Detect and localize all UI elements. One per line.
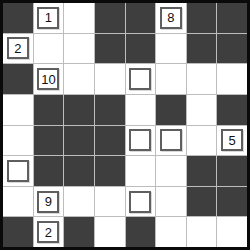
cell-r3c8[interactable]	[217, 64, 247, 94]
cell-r7c1[interactable]	[3, 187, 33, 217]
cell-r3c4[interactable]	[95, 64, 125, 94]
cell-r3c7[interactable]	[187, 64, 217, 94]
cell-r7c5[interactable]	[126, 187, 156, 217]
cell-r7c3[interactable]	[64, 187, 94, 217]
cell-r1c2[interactable]: 1	[34, 3, 64, 33]
cell-r1c4-block	[95, 3, 125, 33]
cell-r7c6[interactable]	[156, 187, 186, 217]
cell-r1c8-block	[217, 3, 247, 33]
cell-r8c5-block	[126, 217, 156, 247]
number-tile-8-r1c6[interactable]: 8	[160, 7, 182, 29]
cell-r8c2[interactable]: 2	[34, 217, 64, 247]
cell-r7c8-block	[217, 187, 247, 217]
cell-r4c2-block	[34, 95, 64, 125]
cell-r7c2[interactable]: 9	[34, 187, 64, 217]
empty-tile-slot-r5c5[interactable]	[129, 129, 151, 151]
cell-r2c2[interactable]	[34, 34, 64, 64]
cell-r6c8-block	[217, 156, 247, 186]
cell-r4c5[interactable]	[126, 95, 156, 125]
cell-r3c1-block	[3, 64, 33, 94]
cell-r5c3-block	[64, 126, 94, 156]
cell-r1c5-block	[126, 3, 156, 33]
cell-r3c3[interactable]	[64, 64, 94, 94]
cell-r8c4[interactable]	[95, 217, 125, 247]
cell-r2c8-block	[217, 34, 247, 64]
empty-tile-slot-r5c6[interactable]	[160, 129, 182, 151]
cell-r4c6-block	[156, 95, 186, 125]
cell-r8c6[interactable]	[156, 217, 186, 247]
number-tile-2-r2c1[interactable]: 2	[7, 37, 29, 59]
cell-r3c2[interactable]: 10	[34, 64, 64, 94]
cell-r8c3-block	[64, 217, 94, 247]
cell-r4c7[interactable]	[187, 95, 217, 125]
cell-r6c3-block	[64, 156, 94, 186]
cell-r7c4[interactable]	[95, 187, 125, 217]
cell-r3c6[interactable]	[156, 64, 186, 94]
cell-r6c6[interactable]	[156, 156, 186, 186]
cell-r8c8[interactable]	[217, 217, 247, 247]
cell-r5c4-block	[95, 126, 125, 156]
cell-r6c1[interactable]	[3, 156, 33, 186]
cell-r5c7[interactable]	[187, 126, 217, 156]
cell-r1c1-block	[3, 3, 33, 33]
cell-r5c5[interactable]	[126, 126, 156, 156]
cell-r4c1[interactable]	[3, 95, 33, 125]
number-tile-9-r7c2[interactable]: 9	[37, 191, 59, 213]
cell-r2c7-block	[187, 34, 217, 64]
cell-r2c1[interactable]: 2	[3, 34, 33, 64]
cell-r5c8[interactable]: 5	[217, 126, 247, 156]
cell-r2c6[interactable]	[156, 34, 186, 64]
cell-r5c2-block	[34, 126, 64, 156]
empty-tile-slot-r6c1[interactable]	[7, 160, 29, 182]
puzzle-board: 18210592	[0, 0, 250, 250]
cell-r8c7[interactable]	[187, 217, 217, 247]
cell-r7c7-block	[187, 187, 217, 217]
number-tile-5-r5c8[interactable]: 5	[221, 129, 243, 151]
cell-r4c8-block	[217, 95, 247, 125]
cell-r3c5[interactable]	[126, 64, 156, 94]
empty-tile-slot-r7c5[interactable]	[129, 191, 151, 213]
cell-r5c6[interactable]	[156, 126, 186, 156]
cell-r1c3[interactable]	[64, 3, 94, 33]
number-tile-1-r1c2[interactable]: 1	[37, 7, 59, 29]
cell-r6c2-block	[34, 156, 64, 186]
cell-r1c6[interactable]: 8	[156, 3, 186, 33]
cell-r5c1[interactable]	[3, 126, 33, 156]
cell-r4c4-block	[95, 95, 125, 125]
cell-r8c1-block	[3, 217, 33, 247]
cell-r2c4-block	[95, 34, 125, 64]
empty-tile-slot-r3c5[interactable]	[129, 68, 151, 90]
cell-r1c7-block	[187, 3, 217, 33]
cell-r6c7-block	[187, 156, 217, 186]
cell-r4c3-block	[64, 95, 94, 125]
cell-r6c4-block	[95, 156, 125, 186]
number-tile-2-r8c2[interactable]: 2	[37, 221, 59, 243]
cell-r2c5-block	[126, 34, 156, 64]
number-tile-10-r3c2[interactable]: 10	[37, 68, 59, 90]
cell-r6c5[interactable]	[126, 156, 156, 186]
cell-r2c3[interactable]	[64, 34, 94, 64]
